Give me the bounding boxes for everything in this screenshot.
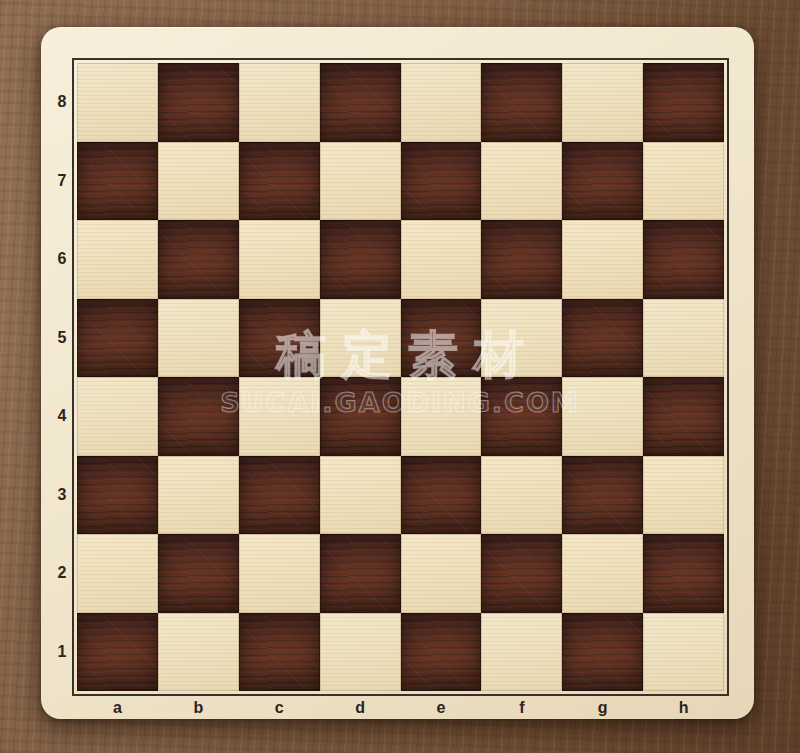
square-f5[interactable] [481, 299, 562, 378]
square-e6[interactable] [401, 220, 482, 299]
square-f8[interactable] [481, 63, 562, 142]
rank-label-1: 1 [52, 613, 72, 692]
board-grid [77, 63, 724, 691]
square-d7[interactable] [320, 142, 401, 221]
file-label-d: d [320, 696, 401, 719]
square-c4[interactable] [239, 377, 320, 456]
file-label-c: c [239, 696, 320, 719]
square-b1[interactable] [158, 613, 239, 692]
square-h4[interactable] [643, 377, 724, 456]
square-h7[interactable] [643, 142, 724, 221]
square-g4[interactable] [562, 377, 643, 456]
square-b2[interactable] [158, 534, 239, 613]
rank-label-8: 8 [52, 63, 72, 142]
square-a4[interactable] [77, 377, 158, 456]
square-b8[interactable] [158, 63, 239, 142]
rank-label-3: 3 [52, 456, 72, 535]
square-h2[interactable] [643, 534, 724, 613]
square-e3[interactable] [401, 456, 482, 535]
square-c7[interactable] [239, 142, 320, 221]
square-g7[interactable] [562, 142, 643, 221]
square-g1[interactable] [562, 613, 643, 692]
square-g8[interactable] [562, 63, 643, 142]
chessboard: 87654321 abcdefgh [41, 27, 754, 719]
file-label-f: f [481, 696, 562, 719]
square-d8[interactable] [320, 63, 401, 142]
square-b4[interactable] [158, 377, 239, 456]
square-d6[interactable] [320, 220, 401, 299]
square-f4[interactable] [481, 377, 562, 456]
square-c3[interactable] [239, 456, 320, 535]
square-f3[interactable] [481, 456, 562, 535]
square-g2[interactable] [562, 534, 643, 613]
square-h6[interactable] [643, 220, 724, 299]
square-b6[interactable] [158, 220, 239, 299]
square-c8[interactable] [239, 63, 320, 142]
file-label-a: a [77, 696, 158, 719]
square-e4[interactable] [401, 377, 482, 456]
square-f1[interactable] [481, 613, 562, 692]
square-e2[interactable] [401, 534, 482, 613]
square-b3[interactable] [158, 456, 239, 535]
square-e1[interactable] [401, 613, 482, 692]
square-a7[interactable] [77, 142, 158, 221]
square-f2[interactable] [481, 534, 562, 613]
square-a2[interactable] [77, 534, 158, 613]
square-d1[interactable] [320, 613, 401, 692]
square-h8[interactable] [643, 63, 724, 142]
square-b7[interactable] [158, 142, 239, 221]
file-label-h: h [643, 696, 724, 719]
square-f6[interactable] [481, 220, 562, 299]
square-e7[interactable] [401, 142, 482, 221]
rank-label-4: 4 [52, 377, 72, 456]
board-frame [72, 58, 729, 696]
wooden-table-background: 87654321 abcdefgh 稿定素材 SUCAI.GAODING.COM [0, 0, 800, 753]
file-label-e: e [401, 696, 482, 719]
square-h5[interactable] [643, 299, 724, 378]
square-a3[interactable] [77, 456, 158, 535]
square-d5[interactable] [320, 299, 401, 378]
square-g3[interactable] [562, 456, 643, 535]
square-b5[interactable] [158, 299, 239, 378]
square-d4[interactable] [320, 377, 401, 456]
square-c5[interactable] [239, 299, 320, 378]
square-f7[interactable] [481, 142, 562, 221]
square-c1[interactable] [239, 613, 320, 692]
square-a5[interactable] [77, 299, 158, 378]
file-label-b: b [158, 696, 239, 719]
square-d3[interactable] [320, 456, 401, 535]
square-d2[interactable] [320, 534, 401, 613]
square-g6[interactable] [562, 220, 643, 299]
square-a8[interactable] [77, 63, 158, 142]
square-c2[interactable] [239, 534, 320, 613]
square-h1[interactable] [643, 613, 724, 692]
rank-label-2: 2 [52, 534, 72, 613]
rank-label-5: 5 [52, 299, 72, 378]
rank-label-7: 7 [52, 142, 72, 221]
square-g5[interactable] [562, 299, 643, 378]
square-a1[interactable] [77, 613, 158, 692]
square-e5[interactable] [401, 299, 482, 378]
square-a6[interactable] [77, 220, 158, 299]
rank-labels: 87654321 [41, 63, 72, 691]
rank-label-6: 6 [52, 220, 72, 299]
square-h3[interactable] [643, 456, 724, 535]
file-labels: abcdefgh [77, 696, 724, 719]
file-label-g: g [562, 696, 643, 719]
square-e8[interactable] [401, 63, 482, 142]
square-c6[interactable] [239, 220, 320, 299]
